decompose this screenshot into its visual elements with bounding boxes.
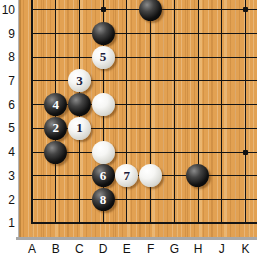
white-stone-F3[interactable] bbox=[139, 164, 162, 187]
go-board-diagram: 10987654321 ABCDEFGHJK 53421678 bbox=[0, 0, 257, 260]
row-label-7: 7 bbox=[0, 74, 15, 88]
black-stone-D9[interactable] bbox=[92, 22, 115, 45]
white-stone-E3-move-7[interactable]: 7 bbox=[115, 164, 138, 187]
move-number-label: 6 bbox=[100, 168, 107, 184]
move-number-label: 1 bbox=[76, 120, 83, 136]
row-label-8: 8 bbox=[0, 50, 15, 64]
white-stone-D8-move-5[interactable]: 5 bbox=[92, 46, 115, 69]
col-label-J: J bbox=[212, 242, 232, 256]
white-stone-C7-move-3[interactable]: 3 bbox=[68, 69, 91, 92]
row-label-1: 1 bbox=[0, 216, 15, 230]
move-number-label: 8 bbox=[100, 192, 107, 208]
row-label-2: 2 bbox=[0, 193, 15, 207]
move-number-label: 3 bbox=[76, 73, 83, 89]
white-stone-D4[interactable] bbox=[92, 141, 115, 164]
col-label-F: F bbox=[141, 242, 161, 256]
col-label-G: G bbox=[164, 242, 184, 256]
row-label-10: 10 bbox=[0, 3, 15, 17]
col-label-D: D bbox=[93, 242, 113, 256]
move-number-label: 2 bbox=[52, 120, 59, 136]
white-stone-D6[interactable] bbox=[92, 93, 115, 116]
row-label-3: 3 bbox=[0, 169, 15, 183]
black-stone-B4[interactable] bbox=[44, 141, 67, 164]
stones-grid: 53421678 bbox=[20, 0, 257, 235]
col-label-C: C bbox=[69, 242, 89, 256]
col-label-A: A bbox=[22, 242, 42, 256]
black-stone-B6-move-4[interactable]: 4 bbox=[44, 93, 67, 116]
black-stone-D2-move-8[interactable]: 8 bbox=[92, 188, 115, 211]
col-label-K: K bbox=[235, 242, 255, 256]
black-stone-F10[interactable] bbox=[139, 0, 162, 21]
black-stone-B5-move-2[interactable]: 2 bbox=[44, 117, 67, 140]
black-stone-C6[interactable] bbox=[68, 93, 91, 116]
board-edge-shadow bbox=[16, 237, 257, 240]
black-stone-H3[interactable] bbox=[186, 164, 209, 187]
col-label-B: B bbox=[46, 242, 66, 256]
row-label-9: 9 bbox=[0, 27, 15, 41]
col-label-E: E bbox=[117, 242, 137, 256]
row-label-4: 4 bbox=[0, 145, 15, 159]
move-number-label: 5 bbox=[100, 49, 107, 65]
move-number-label: 7 bbox=[124, 168, 131, 184]
row-label-5: 5 bbox=[0, 121, 15, 135]
row-label-6: 6 bbox=[0, 98, 15, 112]
move-number-label: 4 bbox=[52, 97, 59, 113]
black-stone-D3-move-6[interactable]: 6 bbox=[92, 164, 115, 187]
white-stone-C5-move-1[interactable]: 1 bbox=[68, 117, 91, 140]
col-label-H: H bbox=[188, 242, 208, 256]
